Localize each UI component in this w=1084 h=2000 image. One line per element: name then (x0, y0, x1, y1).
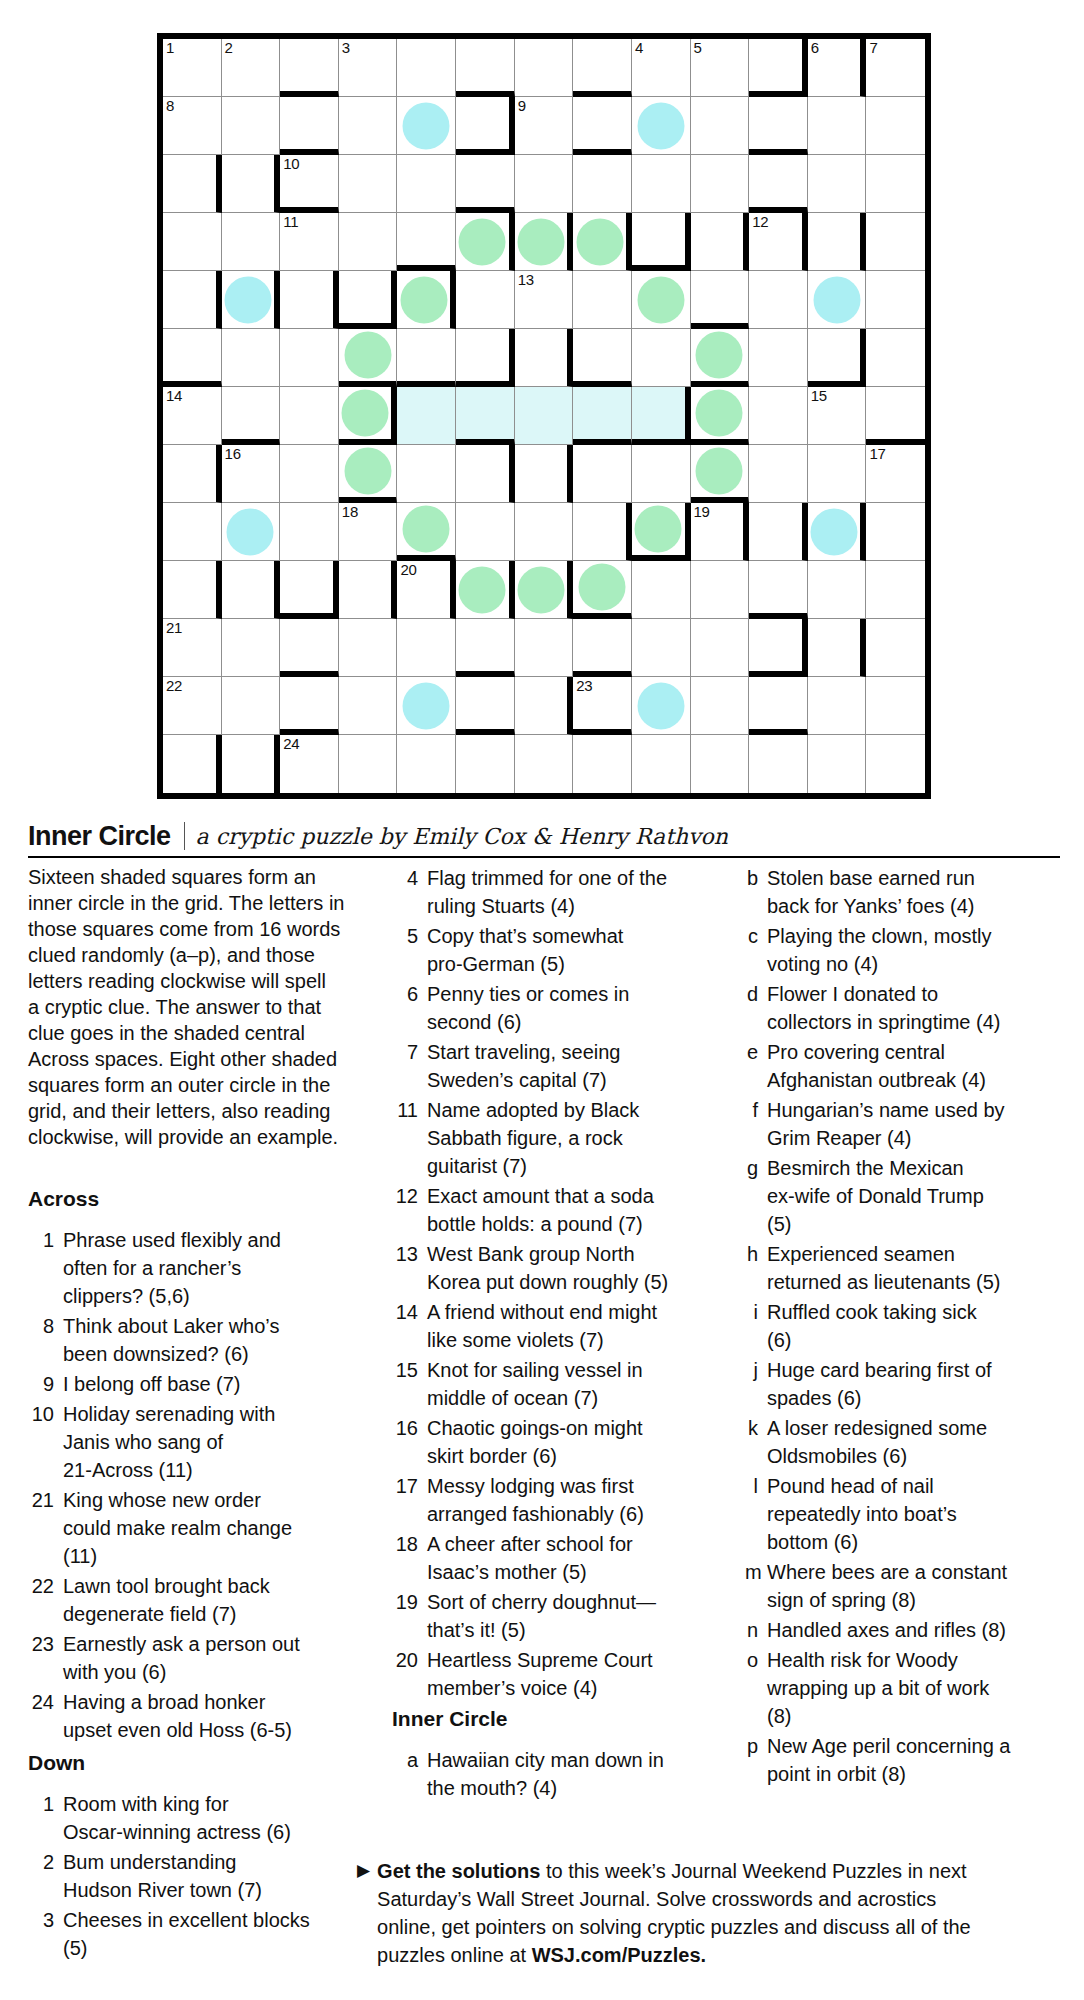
grid-cell-r5c13[interactable] (866, 271, 925, 329)
grid-cell-r11c11[interactable] (749, 619, 808, 677)
grid-cell-r7c13[interactable] (866, 387, 925, 445)
clue-item: 22Lawn tool brought back degenerate fiel… (28, 1572, 390, 1628)
clue-item: fHungarian’s name used by Grim Reaper (4… (745, 1096, 1084, 1152)
grid-cell-r5c6[interactable] (456, 271, 515, 329)
clue-label: m (745, 1558, 758, 1614)
grid-cell-r5c9[interactable] (632, 271, 691, 329)
grid-cell-r5c3[interactable] (280, 271, 339, 329)
outer-circle-marker (224, 276, 271, 323)
clue-text: Messy lodging was first arranged fashion… (427, 1472, 644, 1528)
grid-cell-r6c13[interactable] (866, 329, 925, 387)
grid-cell-r12c12[interactable] (808, 677, 867, 735)
solutions-bold-lead: Get the solutions (377, 1860, 540, 1882)
clue-label: a (392, 1746, 418, 1802)
grid-cell-r2c1[interactable]: 8 (163, 97, 222, 155)
clue-text: Copy that’s somewhat pro-German (5) (427, 922, 623, 978)
grid-cell-r7c11[interactable] (749, 387, 808, 445)
grid-cell-r6c3[interactable] (280, 329, 339, 387)
grid-cell-r7c7[interactable] (515, 387, 574, 445)
outer-circle-marker (637, 102, 684, 149)
clue-item: 16Chaotic goings-on might skirt border (… (392, 1414, 748, 1470)
grid-cell-r7c9[interactable] (632, 387, 691, 445)
clue-text: Cheeses in excellent blocks (5) (63, 1906, 310, 1962)
grid-cell-r12c8[interactable]: 23 (573, 677, 632, 735)
grid-cell-r7c12[interactable]: 15 (808, 387, 867, 445)
inner-circle-marker (403, 506, 450, 553)
clue-item: 23Earnestly ask a person out with you (6… (28, 1630, 390, 1686)
grid-cell-r11c7[interactable] (515, 619, 574, 677)
grid-cell-r8c4[interactable] (339, 445, 398, 503)
grid-cell-r2c13[interactable] (866, 97, 925, 155)
grid-cell-r3c11[interactable] (749, 155, 808, 213)
inner-circle-header: Inner Circle (392, 1706, 748, 1732)
clue-text: Hawaiian city man down in the mouth? (4) (427, 1746, 664, 1802)
grid-cell-r13c13[interactable] (866, 735, 925, 793)
grid-cell-r4c4[interactable] (339, 213, 398, 271)
grid-clue-number: 16 (225, 445, 241, 463)
clue-text: Having a broad honker upset even old Hos… (63, 1688, 292, 1744)
clue-text: King whose new order could make realm ch… (63, 1486, 292, 1570)
grid-cell-r3c4[interactable] (339, 155, 398, 213)
grid-cell-r6c12[interactable] (808, 329, 867, 387)
grid-cell-r7c8[interactable] (573, 387, 632, 445)
grid-cell-r2c7[interactable]: 9 (515, 97, 574, 155)
grid-cell-r5c12[interactable] (808, 271, 867, 329)
solutions-text: Get the solutions to this week’s Journal… (377, 1857, 971, 1969)
grid-cell-r12c13[interactable] (866, 677, 925, 735)
clue-label: 14 (392, 1298, 418, 1354)
middle-column: 4Flag trimmed for one of the ruling Stua… (392, 858, 748, 1804)
clue-label: b (745, 864, 758, 920)
title-bar: Inner Circle a cryptic puzzle by Emily C… (28, 816, 1060, 858)
grid-cell-r2c12[interactable] (808, 97, 867, 155)
grid-cell-r9c5[interactable] (397, 503, 456, 561)
grid-cell-r8c7[interactable] (515, 445, 574, 503)
inner-circle-marker (517, 218, 564, 265)
clue-item: pNew Age peril concerning a point in orb… (745, 1732, 1084, 1788)
grid-cell-r11c6[interactable] (456, 619, 515, 677)
grid-cell-r3c2[interactable] (222, 155, 281, 213)
clue-label: 15 (392, 1356, 418, 1412)
solutions-site-link: WSJ.com/Puzzles. (532, 1944, 707, 1966)
grid-cell-r6c5[interactable] (397, 329, 456, 387)
grid-cell-r9c6[interactable] (456, 503, 515, 561)
grid-cell-r4c2[interactable] (222, 213, 281, 271)
grid-cell-r11c10[interactable] (691, 619, 750, 677)
grid-cell-r6c9[interactable] (632, 329, 691, 387)
grid-cell-r4c11[interactable]: 12 (749, 213, 808, 271)
grid-cell-r2c11[interactable] (749, 97, 808, 155)
grid-cell-r13c8[interactable] (573, 735, 632, 793)
grid-cell-r6c11[interactable] (749, 329, 808, 387)
grid-cell-r1c4[interactable]: 3 (339, 39, 398, 97)
grid-cell-r8c1[interactable] (163, 445, 222, 503)
grid-cell-r7c5[interactable] (397, 387, 456, 445)
grid-cell-r8c9[interactable] (632, 445, 691, 503)
grid-cell-r10c2[interactable] (222, 561, 281, 619)
clue-text: A loser redesigned some Oldsmobiles (6) (767, 1414, 987, 1470)
clue-text: I belong off base (7) (63, 1370, 241, 1398)
grid-cell-r4c1[interactable] (163, 213, 222, 271)
grid-cell-r3c13[interactable] (866, 155, 925, 213)
clue-text: Bum understanding Hudson River town (7) (63, 1848, 262, 1904)
grid-cell-r1c5[interactable] (397, 39, 456, 97)
grid-cell-r12c3[interactable] (280, 677, 339, 735)
clue-label: 8 (28, 1312, 54, 1368)
grid-cell-r12c6[interactable] (456, 677, 515, 735)
grid-clue-number: 1 (166, 39, 174, 57)
clue-item: 11Name adopted by Black Sabbath figure, … (392, 1096, 748, 1180)
clue-label: 9 (28, 1370, 54, 1398)
clue-text: Holiday serenading with Janis who sang o… (63, 1400, 275, 1484)
grid-cell-r11c13[interactable] (866, 619, 925, 677)
grid-cell-r6c4[interactable] (339, 329, 398, 387)
clue-item: 24Having a broad honker upset even old H… (28, 1688, 390, 1744)
grid-cell-r9c1[interactable] (163, 503, 222, 561)
grid-cell-r1c7[interactable] (515, 39, 574, 97)
grid-cell-r12c2[interactable] (222, 677, 281, 735)
grid-clue-number: 11 (283, 213, 298, 231)
clue-label: 16 (392, 1414, 418, 1470)
grid-cell-r3c9[interactable] (632, 155, 691, 213)
clue-label: c (745, 922, 758, 978)
clue-text: Health risk for Woody wrapping up a bit … (767, 1646, 989, 1730)
clue-text: Stolen base earned run back for Yanks’ f… (767, 864, 975, 920)
clue-text: Hungarian’s name used by Grim Reaper (4) (767, 1096, 1005, 1152)
left-column: Sixteen shaded squares form an inner cir… (28, 858, 390, 1964)
grid-cell-r8c13[interactable]: 17 (866, 445, 925, 503)
inner-circle-marker (344, 448, 391, 495)
grid-cell-r6c7[interactable] (515, 329, 574, 387)
grid-cell-r9c8[interactable] (573, 503, 632, 561)
clue-item: gBesmirch the Mexican ex-wife of Donald … (745, 1154, 1084, 1238)
grid-cell-r2c4[interactable] (339, 97, 398, 155)
grid-cell-r2c2[interactable] (222, 97, 281, 155)
clue-item: 1Room with king for Oscar-winning actres… (28, 1790, 390, 1846)
clue-text: Sort of cherry doughnut— that’s it! (5) (427, 1588, 656, 1644)
grid-cell-r7c3[interactable] (280, 387, 339, 445)
grid-clue-number: 4 (635, 39, 643, 57)
grid-cell-r4c10[interactable] (691, 213, 750, 271)
clue-item: aHawaiian city man down in the mouth? (4… (392, 1746, 748, 1802)
grid-cell-r6c10[interactable] (691, 329, 750, 387)
inner-circle-marker (696, 332, 743, 379)
grid-cell-r5c4[interactable] (339, 271, 398, 329)
grid-cell-r8c12[interactable] (808, 445, 867, 503)
crossword-grid: 123456789101112131415161718192021222324 (157, 33, 931, 799)
grid-cell-r5c2[interactable] (222, 271, 281, 329)
clue-item: 4Flag trimmed for one of the ruling Stua… (392, 864, 748, 920)
grid-cell-r4c12[interactable] (808, 213, 867, 271)
grid-cell-r13c10[interactable] (691, 735, 750, 793)
grid-cell-r7c4[interactable] (339, 387, 398, 445)
grid-cell-r10c3[interactable] (280, 561, 339, 619)
grid-cell-r5c1[interactable] (163, 271, 222, 329)
right-arrow-icon: ▶ (357, 1857, 370, 1969)
clue-item: 1Phrase used flexibly and often for a ra… (28, 1226, 390, 1310)
grid-cell-r1c2[interactable]: 2 (222, 39, 281, 97)
clue-item: 6Penny ties or comes in second (6) (392, 980, 748, 1036)
clue-label: g (745, 1154, 758, 1238)
grid-cell-r5c11[interactable] (749, 271, 808, 329)
puzzle-byline: a cryptic puzzle by Emily Cox & Henry Ra… (196, 824, 728, 849)
grid-cell-r11c1[interactable]: 21 (163, 619, 222, 677)
grid-cell-r10c11[interactable] (749, 561, 808, 619)
inner-circle-marker (517, 566, 564, 613)
grid-cell-r13c12[interactable] (808, 735, 867, 793)
clue-item: 3Cheeses in excellent blocks (5) (28, 1906, 390, 1962)
grid-cell-r12c10[interactable] (691, 677, 750, 735)
grid-cell-r2c5[interactable] (397, 97, 456, 155)
grid-clue-number: 6 (811, 39, 819, 57)
grid-cell-r8c5[interactable] (397, 445, 456, 503)
grid-cell-r11c9[interactable] (632, 619, 691, 677)
down-header: Down (28, 1750, 390, 1776)
clue-label: 7 (392, 1038, 418, 1094)
grid-cell-r7c1[interactable]: 14 (163, 387, 222, 445)
clue-item: 14A friend without end might like some v… (392, 1298, 748, 1354)
clue-text: Think about Laker who’s been downsized? … (63, 1312, 279, 1368)
grid-cell-r3c7[interactable] (515, 155, 574, 213)
clue-text: Name adopted by Black Sabbath figure, a … (427, 1096, 639, 1180)
grid-cell-r10c12[interactable] (808, 561, 867, 619)
grid-cell-r1c12[interactable]: 6 (808, 39, 867, 97)
grid-clue-number: 10 (283, 155, 299, 173)
clue-label: 1 (28, 1790, 54, 1846)
clue-label: 6 (392, 980, 418, 1036)
grid-cell-r4c5[interactable] (397, 213, 456, 271)
grid-cell-r8c11[interactable] (749, 445, 808, 503)
grid-cell-r11c5[interactable] (397, 619, 456, 677)
inner-circle-marker (459, 566, 506, 613)
grid-cell-r2c10[interactable] (691, 97, 750, 155)
grid-clue-number: 17 (869, 445, 885, 463)
grid-cell-r3c8[interactable] (573, 155, 632, 213)
grid-cell-r1c8[interactable] (573, 39, 632, 97)
grid-cell-r8c2[interactable]: 16 (222, 445, 281, 503)
clue-text: Besmirch the Mexican ex-wife of Donald T… (767, 1154, 984, 1238)
grid-cell-r5c8[interactable] (573, 271, 632, 329)
grid-cell-r9c12[interactable] (808, 503, 867, 561)
grid-cell-r3c10[interactable] (691, 155, 750, 213)
grid-cell-r12c1[interactable]: 22 (163, 677, 222, 735)
grid-cell-r4c9[interactable] (632, 213, 691, 271)
grid-cell-r11c2[interactable] (222, 619, 281, 677)
grid-cell-r13c3[interactable]: 24 (280, 735, 339, 793)
grid-cell-r9c10[interactable]: 19 (691, 503, 750, 561)
grid-cell-r13c6[interactable] (456, 735, 515, 793)
grid-cell-r1c3[interactable] (280, 39, 339, 97)
clue-item: 13West Bank group North Korea put down r… (392, 1240, 748, 1296)
grid-cell-r5c7[interactable]: 13 (515, 271, 574, 329)
clue-label: 19 (392, 1588, 418, 1644)
grid-cell-r12c11[interactable] (749, 677, 808, 735)
grid-cell-r13c11[interactable] (749, 735, 808, 793)
outer-circle-marker (403, 102, 450, 149)
clue-text: Lawn tool brought back degenerate field … (63, 1572, 270, 1628)
clue-text: Chaotic goings-on might skirt border (6) (427, 1414, 643, 1470)
clue-item: 9I belong off base (7) (28, 1370, 390, 1398)
clue-item: ePro covering central Afghanistan outbre… (745, 1038, 1084, 1094)
clue-item: bStolen base earned run back for Yanks’ … (745, 864, 1084, 920)
clue-label: i (745, 1298, 758, 1354)
clue-text: Penny ties or comes in second (6) (427, 980, 629, 1036)
clue-item: cPlaying the clown, mostly voting no (4) (745, 922, 1084, 978)
inner-circle-clue-list: aHawaiian city man down in the mouth? (4… (392, 1740, 748, 1802)
grid-cell-r10c9[interactable] (632, 561, 691, 619)
right-column: bStolen base earned run back for Yanks’ … (745, 858, 1084, 1790)
clue-item: 18A cheer after school for Isaac’s mothe… (392, 1530, 748, 1586)
outer-circle-marker (637, 682, 684, 729)
grid-cell-r10c5[interactable]: 20 (397, 561, 456, 619)
clue-label: 11 (392, 1096, 418, 1180)
grid-cell-r9c9[interactable] (632, 503, 691, 561)
inner-circle-marker (342, 390, 389, 437)
clue-item: 17Messy lodging was first arranged fashi… (392, 1472, 748, 1528)
grid-cell-r3c6[interactable] (456, 155, 515, 213)
grid-clue-number: 18 (342, 503, 358, 521)
grid-cell-r11c8[interactable] (573, 619, 632, 677)
grid-cell-r4c13[interactable] (866, 213, 925, 271)
clue-item: 8Think about Laker who’s been downsized?… (28, 1312, 390, 1368)
grid-cell-r8c10[interactable] (691, 445, 750, 503)
grid-cell-r13c1[interactable] (163, 735, 222, 793)
clue-text: Knot for sailing vessel in middle of oce… (427, 1356, 643, 1412)
grid-cell-r2c3[interactable] (280, 97, 339, 155)
grid-cell-r3c1[interactable] (163, 155, 222, 213)
clue-label: 4 (392, 864, 418, 920)
clue-text: Experienced seamen returned as lieutenan… (767, 1240, 1000, 1296)
outer-circle-marker (403, 682, 450, 729)
grid-cell-r2c9[interactable] (632, 97, 691, 155)
clue-text: West Bank group North Korea put down rou… (427, 1240, 668, 1296)
clue-item: 2Bum understanding Hudson River town (7) (28, 1848, 390, 1904)
grid-cell-r11c12[interactable] (808, 619, 867, 677)
grid-cell-r1c13[interactable]: 7 (866, 39, 925, 97)
clue-text: Start traveling, seeing Sweden’s capital… (427, 1038, 620, 1094)
clue-label: n (745, 1616, 758, 1644)
grid-cell-r12c4[interactable] (339, 677, 398, 735)
grid-cell-r4c6[interactable] (456, 213, 515, 271)
grid-clue-number: 2 (225, 39, 233, 57)
grid-cell-r11c3[interactable] (280, 619, 339, 677)
outer-circle-marker (811, 508, 858, 555)
clue-label: l (745, 1472, 758, 1556)
grid-cell-r12c9[interactable] (632, 677, 691, 735)
grid-cell-r9c7[interactable] (515, 503, 574, 561)
grid-cell-r13c7[interactable] (515, 735, 574, 793)
clue-label: 10 (28, 1400, 54, 1484)
grid-cell-r5c10[interactable] (691, 271, 750, 329)
grid-cell-r6c1[interactable] (163, 329, 222, 387)
clue-label: 21 (28, 1486, 54, 1570)
grid-cell-r5c5[interactable] (397, 271, 456, 329)
grid-cell-r10c8[interactable] (573, 561, 632, 619)
grid-cell-r12c7[interactable] (515, 677, 574, 735)
grid-cell-r9c3[interactable] (280, 503, 339, 561)
inner-circle-marker (400, 276, 447, 323)
grid-cell-r13c9[interactable] (632, 735, 691, 793)
outer-circle-marker (813, 276, 860, 323)
clue-item: 5Copy that’s somewhat pro-German (5) (392, 922, 748, 978)
grid-cell-r1c1[interactable]: 1 (163, 39, 222, 97)
grid-cell-r10c6[interactable] (456, 561, 515, 619)
grid-clue-number: 14 (166, 387, 182, 405)
clue-item: 7Start traveling, seeing Sweden’s capita… (392, 1038, 748, 1094)
grid-clue-number: 24 (283, 735, 299, 753)
grid-cell-r10c1[interactable] (163, 561, 222, 619)
inner-circle-marker (637, 276, 684, 323)
grid-cell-r9c11[interactable] (749, 503, 808, 561)
puzzle-title: Inner Circle (28, 821, 171, 852)
grid-cell-r6c8[interactable] (573, 329, 632, 387)
grid-cell-r10c7[interactable] (515, 561, 574, 619)
grid-cell-r1c11[interactable] (749, 39, 808, 97)
grid-cell-r3c12[interactable] (808, 155, 867, 213)
clue-item: 19Sort of cherry doughnut— that’s it! (5… (392, 1588, 748, 1644)
grid-clue-number: 21 (166, 619, 182, 637)
grid-cell-r13c2[interactable] (222, 735, 281, 793)
grid-cell-r8c6[interactable] (456, 445, 515, 503)
grid-cell-r13c4[interactable] (339, 735, 398, 793)
grid-cell-r4c3[interactable]: 11 (280, 213, 339, 271)
clue-label: 17 (392, 1472, 418, 1528)
grid-cell-r12c5[interactable] (397, 677, 456, 735)
grid-cell-r9c2[interactable] (222, 503, 281, 561)
grid-cell-r3c5[interactable] (397, 155, 456, 213)
grid-clue-number: 12 (752, 213, 768, 231)
clue-label: 22 (28, 1572, 54, 1628)
grid-cell-r6c6[interactable] (456, 329, 515, 387)
clue-text: A cheer after school for Isaac’s mother … (427, 1530, 633, 1586)
clue-item: lPound head of nail repeatedly into boat… (745, 1472, 1084, 1556)
grid-cell-r10c4[interactable] (339, 561, 398, 619)
grid-cell-r11c4[interactable] (339, 619, 398, 677)
grid-cell-r10c10[interactable] (691, 561, 750, 619)
clue-text: Pro covering central Afghanistan outbrea… (767, 1038, 986, 1094)
title-divider (184, 822, 185, 850)
grid-cell-r2c8[interactable] (573, 97, 632, 155)
grid-cell-r1c6[interactable] (456, 39, 515, 97)
clue-item: 15Knot for sailing vessel in middle of o… (392, 1356, 748, 1412)
grid-cell-r3c3[interactable]: 10 (280, 155, 339, 213)
grid-cell-r13c5[interactable] (397, 735, 456, 793)
clue-text: Earnestly ask a person out with you (6) (63, 1630, 300, 1686)
grid-cell-r7c6[interactable] (456, 387, 515, 445)
clue-label: e (745, 1038, 758, 1094)
inner-circle-clue-list-continued: bStolen base earned run back for Yanks’ … (745, 858, 1084, 1788)
grid-cell-r8c3[interactable] (280, 445, 339, 503)
grid-cell-r4c7[interactable] (515, 213, 574, 271)
grid-cell-r9c13[interactable] (866, 503, 925, 561)
grid-cell-r10c13[interactable] (866, 561, 925, 619)
grid-cell-r1c10[interactable]: 5 (691, 39, 750, 97)
clue-text: Exact amount that a soda bottle holds: a… (427, 1182, 654, 1238)
clue-text: Where bees are a constant sign of spring… (767, 1558, 1007, 1614)
grid-clue-number: 3 (342, 39, 350, 57)
grid-cell-r4c8[interactable] (573, 213, 632, 271)
grid-cell-r9c4[interactable]: 18 (339, 503, 398, 561)
grid-cell-r6c2[interactable] (222, 329, 281, 387)
grid-cell-r1c9[interactable]: 4 (632, 39, 691, 97)
grid-cell-r7c2[interactable] (222, 387, 281, 445)
grid-cell-r8c8[interactable] (573, 445, 632, 503)
inner-circle-marker (344, 332, 391, 379)
clue-text: Room with king for Oscar-winning actress… (63, 1790, 291, 1846)
clue-label: 12 (392, 1182, 418, 1238)
grid-cell-r2c6[interactable] (456, 97, 515, 155)
grid-cell-r7c10[interactable] (691, 387, 750, 445)
